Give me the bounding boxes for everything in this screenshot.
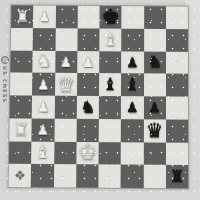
black-queen[interactable]: ♛ bbox=[146, 120, 164, 140]
square-g8[interactable] bbox=[144, 6, 166, 29]
square-c5[interactable]: ♛ bbox=[55, 73, 77, 96]
square-d1[interactable] bbox=[76, 164, 99, 187]
white-rook[interactable]: ♜ bbox=[13, 121, 29, 138]
white-pawn[interactable]: ♟ bbox=[37, 100, 50, 114]
black-pawn[interactable]: ♟ bbox=[126, 101, 139, 115]
square-b8[interactable]: ♟ bbox=[33, 5, 55, 28]
square-f5[interactable]: ♝ bbox=[121, 73, 143, 96]
white-rook[interactable]: ♜ bbox=[15, 8, 30, 25]
square-h6[interactable] bbox=[166, 51, 188, 74]
white-bishop[interactable]: ♝ bbox=[35, 144, 51, 161]
black-bishop[interactable]: ♝ bbox=[125, 76, 140, 93]
black-knight[interactable]: ♞ bbox=[147, 54, 162, 71]
square-g5[interactable] bbox=[144, 74, 166, 97]
square-b5[interactable]: ♟ bbox=[32, 73, 55, 96]
black-king[interactable]: ♚ bbox=[101, 7, 120, 28]
square-a1[interactable]: ❖ bbox=[9, 164, 32, 187]
square-a6[interactable] bbox=[10, 50, 33, 73]
square-d7[interactable] bbox=[77, 28, 99, 51]
white-queen[interactable]: ♛ bbox=[57, 74, 75, 94]
square-h7[interactable] bbox=[166, 29, 188, 52]
black-pawn[interactable]: ♟ bbox=[126, 55, 139, 69]
mat-brand-text: US CHESS bbox=[2, 66, 8, 103]
mat-branding: US CHESS bbox=[1, 56, 9, 103]
square-g1[interactable] bbox=[143, 165, 165, 188]
square-e6[interactable] bbox=[99, 51, 121, 74]
square-e3[interactable] bbox=[99, 119, 121, 142]
white-knight[interactable]: ♞ bbox=[36, 53, 51, 70]
square-h5[interactable] bbox=[166, 74, 188, 97]
square-b2[interactable]: ♝ bbox=[31, 141, 54, 164]
square-d2[interactable]: ♚ bbox=[76, 141, 99, 164]
square-e7[interactable]: ♝ bbox=[99, 28, 121, 51]
square-g7[interactable] bbox=[144, 29, 166, 52]
square-d3[interactable] bbox=[76, 119, 99, 142]
black-knight[interactable]: ♞ bbox=[80, 99, 95, 116]
square-h8[interactable] bbox=[166, 6, 188, 29]
square-g4[interactable]: ♟ bbox=[143, 96, 165, 119]
square-h3[interactable] bbox=[166, 119, 188, 142]
square-d4[interactable]: ♞ bbox=[77, 96, 99, 119]
square-f8[interactable] bbox=[122, 6, 144, 29]
square-d8[interactable] bbox=[77, 6, 99, 29]
square-f3[interactable] bbox=[121, 119, 143, 142]
corner-emblem-icon: ❖ bbox=[9, 164, 32, 187]
square-a4[interactable] bbox=[10, 95, 33, 118]
white-pawn[interactable]: ♟ bbox=[37, 77, 50, 91]
square-f2[interactable] bbox=[121, 142, 143, 165]
square-f1[interactable] bbox=[121, 165, 144, 188]
white-pawn[interactable]: ♟ bbox=[82, 55, 95, 69]
black-pawn[interactable]: ♟ bbox=[148, 101, 161, 115]
white-pawn[interactable]: ♟ bbox=[38, 10, 51, 24]
black-bishop[interactable]: ♝ bbox=[103, 76, 118, 93]
square-e8[interactable]: ♚ bbox=[99, 6, 121, 29]
square-a3[interactable]: ♜ bbox=[9, 118, 32, 141]
square-h2[interactable] bbox=[166, 142, 188, 165]
square-e2[interactable] bbox=[99, 142, 122, 165]
square-c8[interactable] bbox=[55, 6, 77, 29]
white-king[interactable]: ♚ bbox=[78, 142, 97, 163]
square-g2[interactable] bbox=[143, 142, 165, 165]
chess-board[interactable]: ♜♟♚♝♞♟♟♟♞♟♛♝♝♟♞♟♟♜♟♛♝♚❖♜ bbox=[8, 4, 190, 189]
square-f7[interactable] bbox=[121, 28, 143, 51]
square-f6[interactable]: ♟ bbox=[121, 51, 143, 74]
white-bishop[interactable]: ♝ bbox=[103, 31, 118, 48]
square-g3[interactable]: ♛ bbox=[143, 119, 165, 142]
board-photo: US CHESS ♜♟♚♝♞♟♟♟♞♟♛♝♝♟♞♟♟♜♟♛♝♚❖♜ bbox=[0, 0, 200, 200]
square-d6[interactable]: ♟ bbox=[77, 51, 99, 74]
square-c6[interactable]: ♟ bbox=[55, 50, 77, 73]
square-g6[interactable]: ♞ bbox=[144, 51, 166, 74]
square-c1[interactable] bbox=[53, 164, 76, 187]
square-e5[interactable]: ♝ bbox=[99, 73, 121, 96]
square-e4[interactable] bbox=[99, 96, 121, 119]
square-a5[interactable] bbox=[10, 73, 33, 96]
square-h1[interactable]: ♜ bbox=[166, 165, 188, 188]
square-f4[interactable]: ♟ bbox=[121, 96, 143, 119]
square-c4[interactable] bbox=[54, 96, 77, 119]
square-c2[interactable] bbox=[54, 141, 77, 164]
square-e1[interactable] bbox=[98, 165, 121, 188]
square-a2[interactable] bbox=[9, 141, 32, 164]
square-b6[interactable]: ♞ bbox=[33, 50, 55, 73]
square-a7[interactable] bbox=[11, 28, 33, 51]
square-b3[interactable]: ♟ bbox=[32, 118, 55, 141]
square-h4[interactable] bbox=[166, 96, 188, 119]
square-d5[interactable] bbox=[77, 73, 99, 96]
square-b7[interactable] bbox=[33, 28, 55, 51]
mat-bottom-margin bbox=[0, 191, 200, 200]
us-chess-logo-icon bbox=[1, 56, 9, 64]
black-rook[interactable]: ♜ bbox=[169, 168, 184, 185]
square-c7[interactable] bbox=[55, 28, 77, 51]
square-b4[interactable]: ♟ bbox=[32, 96, 55, 119]
white-pawn[interactable]: ♟ bbox=[37, 123, 50, 137]
white-pawn[interactable]: ♟ bbox=[60, 55, 73, 69]
square-b1[interactable] bbox=[31, 164, 54, 187]
square-c3[interactable] bbox=[54, 118, 77, 141]
square-a8[interactable]: ♜ bbox=[11, 5, 33, 28]
